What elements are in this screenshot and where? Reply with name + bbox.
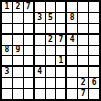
cell-r7c9-empty[interactable] [89, 67, 99, 77]
cell-r8c7-empty[interactable] [67, 78, 77, 88]
cell-r6c1-empty[interactable] [2, 56, 12, 66]
cell-r8c3-empty[interactable] [24, 78, 34, 88]
cell-r2c5-given: 5 [46, 13, 56, 23]
cell-r9c2-empty[interactable] [13, 89, 23, 99]
cell-r6c4-empty[interactable] [35, 56, 45, 66]
cell-r8c9-given: 6 [89, 78, 99, 88]
cell-r9c4-empty[interactable] [35, 89, 45, 99]
cell-r8c4-empty[interactable] [35, 78, 45, 88]
cell-r3c3-empty[interactable] [24, 24, 34, 34]
cell-r5c8-empty[interactable] [78, 46, 88, 56]
cell-r6c2-empty[interactable] [13, 56, 23, 66]
cell-r5c3-empty[interactable] [24, 46, 34, 56]
cell-r2c7-given: 8 [67, 13, 77, 23]
cell-r6c3-empty[interactable] [24, 56, 34, 66]
cell-r8c6-empty[interactable] [56, 78, 66, 88]
cell-r1c8-empty[interactable] [78, 2, 88, 12]
cell-r4c5-given: 2 [46, 35, 56, 45]
cell-r1c3-given: 7 [24, 2, 34, 12]
cell-r3c6-empty[interactable] [56, 24, 66, 34]
cell-r2c9-empty[interactable] [89, 13, 99, 23]
cell-r4c9-empty[interactable] [89, 35, 99, 45]
cell-r7c2-empty[interactable] [13, 67, 23, 77]
cell-r7c4-given: 4 [35, 67, 45, 77]
cell-r6c6-given: 1 [56, 56, 66, 66]
cell-r1c2-given: 2 [13, 2, 23, 12]
cell-r3c9-empty[interactable] [89, 24, 99, 34]
cell-r5c9-empty[interactable] [89, 46, 99, 56]
cell-r2c3-empty[interactable] [24, 13, 34, 23]
cell-r1c7-empty[interactable] [67, 2, 77, 12]
cell-r1c9-empty[interactable] [89, 2, 99, 12]
cell-r7c6-empty[interactable] [56, 67, 66, 77]
cell-r2c2-empty[interactable] [13, 13, 23, 23]
cell-r9c8-given: 7 [78, 89, 88, 99]
cell-r9c3-empty[interactable] [24, 89, 34, 99]
cell-r7c3-empty[interactable] [24, 67, 34, 77]
cell-r1c5-empty[interactable] [46, 2, 56, 12]
cell-r4c4-empty[interactable] [35, 35, 45, 45]
cell-r3c4-empty[interactable] [35, 24, 45, 34]
cell-r5c2-given: 9 [13, 46, 23, 56]
cell-r9c7-empty[interactable] [67, 89, 77, 99]
cell-r7c5-empty[interactable] [46, 67, 56, 77]
cell-r4c7-given: 4 [67, 35, 77, 45]
cell-r2c8-empty[interactable] [78, 13, 88, 23]
cell-r9c1-empty[interactable] [2, 89, 12, 99]
cell-r3c5-empty[interactable] [46, 24, 56, 34]
cell-r5c5-empty[interactable] [46, 46, 56, 56]
cell-r6c5-empty[interactable] [46, 56, 56, 66]
cell-r2c4-given: 3 [35, 13, 45, 23]
cell-r9c9-empty[interactable] [89, 89, 99, 99]
cell-r3c2-empty[interactable] [13, 24, 23, 34]
cell-r8c1-empty[interactable] [2, 78, 12, 88]
cell-r7c8-empty[interactable] [78, 67, 88, 77]
cell-r8c2-empty[interactable] [13, 78, 23, 88]
cell-r9c5-empty[interactable] [46, 89, 56, 99]
cell-r2c6-empty[interactable] [56, 13, 66, 23]
cell-r6c7-empty[interactable] [67, 56, 77, 66]
cell-r2c1-empty[interactable] [2, 13, 12, 23]
cell-r4c6-given: 7 [56, 35, 66, 45]
cell-r5c7-empty[interactable] [67, 46, 77, 56]
cell-r8c5-empty[interactable] [46, 78, 56, 88]
cell-r1c1-given: 1 [2, 2, 12, 12]
cell-r4c3-empty[interactable] [24, 35, 34, 45]
cell-r1c4-empty[interactable] [35, 2, 45, 12]
cell-r5c1-given: 8 [2, 46, 12, 56]
cell-r9c6-empty[interactable] [56, 89, 66, 99]
cell-r4c1-empty[interactable] [2, 35, 12, 45]
cell-r3c8-empty[interactable] [78, 24, 88, 34]
cell-r5c4-empty[interactable] [35, 46, 45, 56]
cell-r7c7-empty[interactable] [67, 67, 77, 77]
cell-r7c1-given: 3 [2, 67, 12, 77]
cell-r1c6-empty[interactable] [56, 2, 66, 12]
sudoku-board: 12735827489134267 [0, 0, 101, 101]
cell-r3c7-empty[interactable] [67, 24, 77, 34]
cell-r4c2-empty[interactable] [13, 35, 23, 45]
cell-r6c8-empty[interactable] [78, 56, 88, 66]
cell-r3c1-empty[interactable] [2, 24, 12, 34]
cell-r8c8-given: 2 [78, 78, 88, 88]
cell-r6c9-empty[interactable] [89, 56, 99, 66]
cell-r5c6-empty[interactable] [56, 46, 66, 56]
cell-r4c8-empty[interactable] [78, 35, 88, 45]
